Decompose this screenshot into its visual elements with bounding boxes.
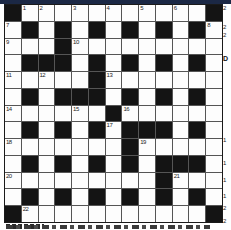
cell-r6-c10[interactable] [173,106,189,122]
cell-r7-c2[interactable] [39,122,55,138]
clue-number-15: 15 [73,106,79,113]
cell-r11-c6[interactable] [106,189,122,205]
cell-r4-c9[interactable] [156,72,172,88]
black-cell-r11-c3 [55,189,71,205]
cell-r0-c6[interactable]: 4 [106,5,122,21]
black-cell-r7-c5 [89,122,105,138]
cell-r2-c10[interactable] [173,39,189,55]
black-cell-r9-c3 [55,156,71,172]
cell-r3-c6[interactable] [106,55,122,71]
black-cell-r9-c1 [22,156,38,172]
clue-number-16: 16 [123,106,129,113]
clue-number-4: 4 [107,5,110,12]
cell-r10-c3[interactable] [55,173,71,189]
cell-r0-c2[interactable]: 2 [39,5,55,21]
black-cell-r3-c5 [89,55,105,71]
cell-r12-c5[interactable] [89,206,105,222]
cell-r4-c0[interactable]: 11 [5,72,21,88]
clue-number-18: 18 [6,139,12,146]
margin-fragment-4: 1 [223,137,226,144]
margin-fragment-6: 1 [223,177,226,184]
black-cell-r7-c11 [189,122,205,138]
cell-r9-c2[interactable] [39,156,55,172]
cell-r12-c3[interactable] [55,206,71,222]
cell-r9-c4[interactable] [72,156,88,172]
cell-r7-c12[interactable] [206,122,222,138]
black-cell-r9-c7 [122,156,138,172]
black-cell-r11-c1 [22,189,38,205]
cell-r10-c0[interactable]: 20 [5,173,21,189]
cell-r6-c11[interactable] [189,106,205,122]
clue-number-1: 1 [23,5,26,12]
cell-r8-c4[interactable] [72,139,88,155]
black-cell-r5-c3 [55,89,71,105]
black-cell-r3-c7 [122,55,138,71]
black-cell-r1-c5 [89,22,105,38]
black-cell-r1-c11 [189,22,205,38]
cell-r0-c1[interactable]: 1 [22,5,38,21]
cell-r4-c12[interactable] [206,72,222,88]
clue-number-10: 10 [73,39,79,46]
cell-r6-c1[interactable] [22,106,38,122]
cell-r8-c5[interactable] [89,139,105,155]
cell-r1-c0[interactable]: 7 [5,22,21,38]
cell-r3-c12[interactable] [206,55,222,71]
cell-r1-c2[interactable] [39,22,55,38]
cell-r8-c11[interactable] [189,139,205,155]
cell-r10-c7[interactable] [122,173,138,189]
cell-r10-c2[interactable] [39,173,55,189]
cell-r12-c9[interactable] [156,206,172,222]
black-cell-r9-c10 [173,156,189,172]
cell-r8-c0[interactable]: 18 [5,139,21,155]
cell-r9-c12[interactable] [206,156,222,172]
clue-number-20: 20 [6,173,12,180]
black-cell-r5-c7 [122,89,138,105]
cell-r5-c2[interactable] [39,89,55,105]
black-cell-r8-c7 [122,139,138,155]
cell-r5-c12[interactable] [206,89,222,105]
cell-r8-c8[interactable]: 19 [139,139,155,155]
cell-r2-c6[interactable] [106,39,122,55]
cell-r12-c10[interactable] [173,206,189,222]
black-cell-r12-c0 [5,206,21,222]
cell-r2-c1[interactable] [22,39,38,55]
cell-r12-c1[interactable]: 22 [22,206,38,222]
clue-number-7: 7 [6,22,9,29]
cell-r11-c2[interactable] [39,189,55,205]
cell-r3-c10[interactable] [173,55,189,71]
cell-r11-c0[interactable] [5,189,21,205]
black-cell-r5-c5 [89,89,105,105]
margin-fragment-3: D [223,55,228,62]
cell-r4-c8[interactable] [139,72,155,88]
cell-r12-c7[interactable] [122,206,138,222]
clue-number-12: 12 [40,72,46,79]
black-cell-r7-c9 [156,122,172,138]
cell-r2-c12[interactable] [206,39,222,55]
crossword-grid: 12345678910111213141516171819202122 [4,4,223,223]
cell-r6-c12[interactable] [206,106,222,122]
clue-number-2: 2 [40,5,43,12]
cell-r6-c9[interactable] [156,106,172,122]
black-cell-r12-c12 [206,206,222,222]
cell-r3-c8[interactable] [139,55,155,71]
cell-r0-c10[interactable]: 6 [173,5,189,21]
clue-number-3: 3 [73,5,76,12]
clue-number-14: 14 [6,106,12,113]
cell-r0-c11[interactable] [189,5,205,21]
cell-r8-c2[interactable] [39,139,55,155]
margin-fragment-5: 1 [223,160,226,167]
cell-r0-c5[interactable] [89,5,105,21]
cell-r10-c4[interactable] [72,173,88,189]
cell-r6-c3[interactable] [55,106,71,122]
black-cell-r11-c7 [122,189,138,205]
clue-number-9: 9 [6,39,9,46]
cell-r7-c4[interactable] [72,122,88,138]
black-cell-r3-c2 [39,55,55,71]
clue-number-19: 19 [140,139,146,146]
cell-r7-c0[interactable] [5,122,21,138]
cell-r4-c3[interactable] [55,72,71,88]
cell-r5-c0[interactable] [5,89,21,105]
black-cell-r1-c9 [156,22,172,38]
cell-r10-c6[interactable] [106,173,122,189]
cell-r6-c7[interactable]: 16 [122,106,138,122]
black-cell-r7-c8 [139,122,155,138]
cell-r12-c6[interactable] [106,206,122,222]
cell-r12-c8[interactable] [139,206,155,222]
cell-r2-c7[interactable] [122,39,138,55]
cell-r6-c4[interactable]: 15 [72,106,88,122]
cell-r9-c6[interactable] [106,156,122,172]
black-cell-r1-c1 [22,22,38,38]
black-cell-r9-c5 [89,156,105,172]
black-cell-r5-c1 [22,89,38,105]
cell-r1-c4[interactable] [72,22,88,38]
black-cell-r11-c11 [189,189,205,205]
cell-r9-c0[interactable] [5,156,21,172]
margin-fragment-9: 2 [223,218,226,225]
cell-r1-c8[interactable] [139,22,155,38]
clue-number-5: 5 [140,5,143,12]
cell-r5-c10[interactable] [173,89,189,105]
cell-r0-c4[interactable]: 3 [72,5,88,21]
cell-r5-c6[interactable] [106,89,122,105]
black-cell-r1-c7 [122,22,138,38]
cell-r12-c2[interactable] [39,206,55,222]
black-cell-r11-c5 [89,189,105,205]
cell-r7-c6[interactable]: 17 [106,122,122,138]
black-cell-r4-c5 [89,72,105,88]
cell-r8-c6[interactable] [106,139,122,155]
black-cell-r5-c4 [72,89,88,105]
cell-r6-c2[interactable] [39,106,55,122]
cell-r4-c7[interactable] [122,72,138,88]
clue-number-6: 6 [174,5,177,12]
cell-r2-c2[interactable] [39,39,55,55]
cell-r4-c10[interactable] [173,72,189,88]
black-cell-r9-c11 [189,156,205,172]
cell-r8-c10[interactable] [173,139,189,155]
cell-r0-c8[interactable]: 5 [139,5,155,21]
cell-r7-c10[interactable] [173,122,189,138]
cell-r2-c5[interactable] [89,39,105,55]
cell-r8-c12[interactable] [206,139,222,155]
margin-fragment-0: 2 [223,5,226,12]
black-cell-r3-c3 [55,55,71,71]
black-cell-r7-c1 [22,122,38,138]
cell-r10-c10[interactable]: 21 [173,173,189,189]
cell-r5-c8[interactable] [139,89,155,105]
cell-r11-c8[interactable] [139,189,155,205]
cell-r10-c11[interactable] [189,173,205,189]
cell-r10-c8[interactable] [139,173,155,189]
clue-number-17: 17 [107,122,113,129]
bottom-clipped-text-line [6,225,210,229]
black-cell-r0-c12 [206,5,222,21]
black-cell-r7-c3 [55,122,71,138]
cell-r10-c5[interactable] [89,173,105,189]
cell-r8-c1[interactable] [22,139,38,155]
cell-r3-c4[interactable] [72,55,88,71]
clue-number-13: 13 [107,72,113,79]
cell-r10-c1[interactable] [22,173,38,189]
cell-r0-c7[interactable] [122,5,138,21]
cell-r9-c8[interactable] [139,156,155,172]
cell-r4-c1[interactable] [22,72,38,88]
cell-r1-c12[interactable]: 8 [206,22,222,38]
cell-r0-c3[interactable] [55,5,71,21]
cell-r2-c4[interactable]: 10 [72,39,88,55]
cell-r4-c2[interactable]: 12 [39,72,55,88]
cell-r2-c0[interactable]: 9 [5,39,21,55]
clue-number-8: 8 [207,22,210,29]
cell-r6-c5[interactable] [89,106,105,122]
black-cell-r0-c0 [5,5,21,21]
black-cell-r11-c9 [156,189,172,205]
right-margin-clipped-clue-text: 222D111122 [222,0,231,230]
cell-r8-c3[interactable] [55,139,71,155]
cell-r2-c11[interactable] [189,39,205,55]
cell-r12-c11[interactable] [189,206,205,222]
cell-r6-c8[interactable] [139,106,155,122]
newspaper-crossword-page: { "game": "crossword", "title": "Quick c… [0,0,231,230]
cell-r11-c4[interactable] [72,189,88,205]
cell-r0-c9[interactable] [156,5,172,21]
clue-number-22: 22 [23,206,29,213]
margin-fragment-8: 2 [223,205,226,212]
black-cell-r6-c6 [106,106,122,122]
cell-r1-c10[interactable] [173,22,189,38]
cell-r4-c6[interactable]: 13 [106,72,122,88]
black-cell-r9-c9 [156,156,172,172]
black-cell-r10-c9 [156,173,172,189]
cell-r10-c12[interactable] [206,173,222,189]
clue-number-21: 21 [174,173,180,180]
margin-fragment-1: 2 [223,24,226,31]
black-cell-r3-c1 [22,55,38,71]
cell-r1-c6[interactable] [106,22,122,38]
clue-number-11: 11 [6,72,11,79]
cell-r4-c4[interactable] [72,72,88,88]
cell-r2-c8[interactable] [139,39,155,55]
cell-r8-c9[interactable] [156,139,172,155]
black-cell-r5-c9 [156,89,172,105]
black-cell-r5-c11 [189,89,205,105]
cell-r3-c0[interactable] [5,55,21,71]
cell-r2-c9[interactable] [156,39,172,55]
cell-r12-c4[interactable] [72,206,88,222]
black-cell-r7-c7 [122,122,138,138]
cell-r4-c11[interactable] [189,72,205,88]
black-cell-r2-c3 [55,39,71,55]
cell-r6-c0[interactable]: 14 [5,106,21,122]
cell-r11-c10[interactable] [173,189,189,205]
black-cell-r3-c9 [156,55,172,71]
cell-r11-c12[interactable] [206,189,222,205]
black-cell-r3-c11 [189,55,205,71]
black-cell-r1-c3 [55,22,71,38]
margin-fragment-7: 1 [223,193,226,200]
margin-fragment-2: 2 [223,32,226,39]
